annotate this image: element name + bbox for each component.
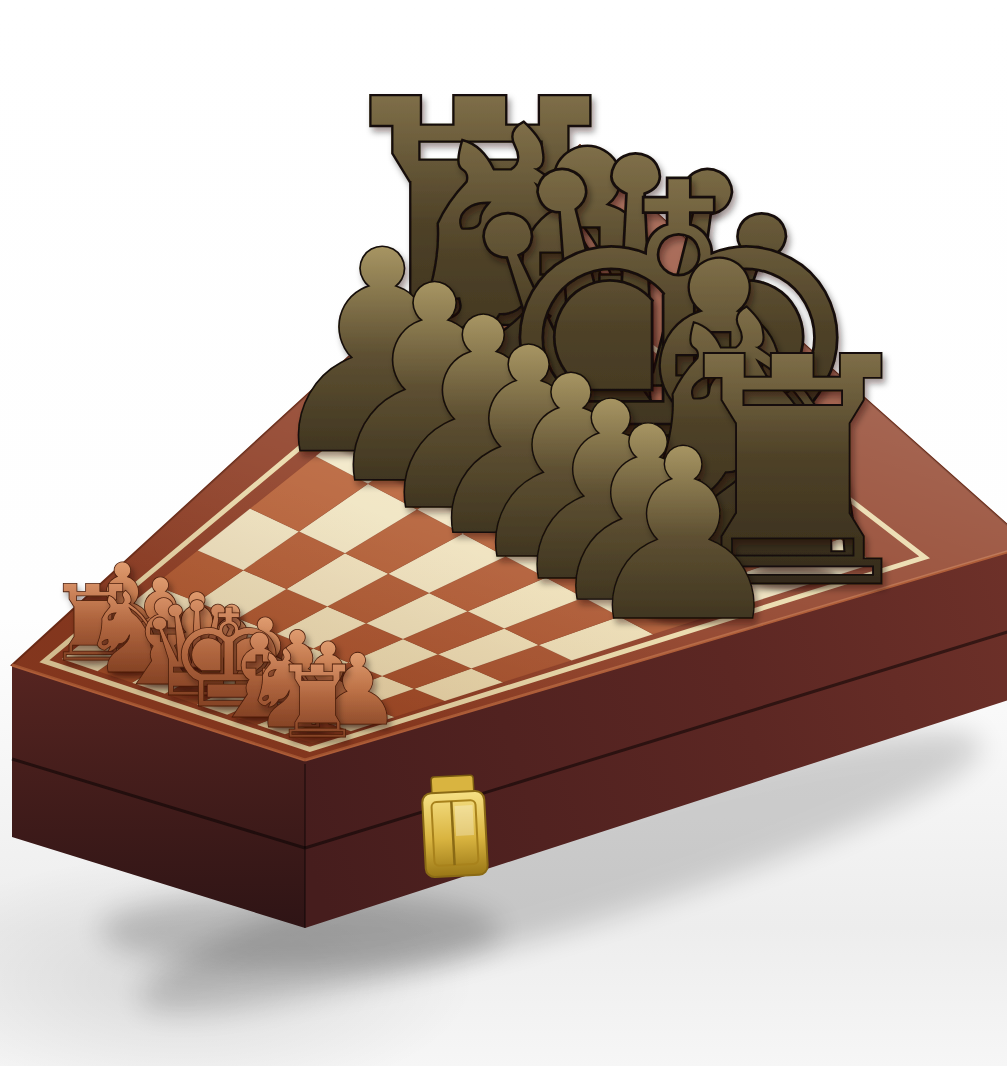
piece-white-rook-a1[interactable]: ♜ [272,644,362,761]
chess-set-photo: ♜♞♝♟♛♟♟♚♟♝♟♞♟♜♟♟♟♟♜♟♞♟♝♟♛♟♚♟♝♟♞♜ [0,0,1007,1066]
piece-black-pawn-a7[interactable]: ♟ [577,398,789,674]
chess-scene-canvas: ♜♞♝♟♛♟♟♚♟♝♟♞♟♜♟♟♟♟♜♟♞♟♝♟♛♟♚♟♝♟♞♜ [0,0,1007,1066]
